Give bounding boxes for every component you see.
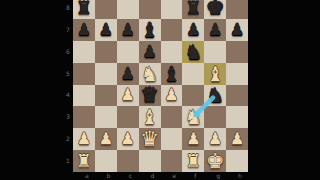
- square-f8[interactable]: ♜: [182, 0, 204, 19]
- black-R-f8[interactable]: ♜: [182, 0, 204, 19]
- square-f5[interactable]: [182, 63, 204, 85]
- white-R-a1[interactable]: ♜: [73, 150, 95, 172]
- square-d6[interactable]: ♟: [139, 41, 161, 63]
- white-N-d5[interactable]: ♞: [139, 63, 161, 85]
- square-b8[interactable]: [95, 0, 117, 19]
- square-f4[interactable]: [182, 85, 204, 107]
- square-a6[interactable]: [73, 41, 95, 63]
- square-h1[interactable]: [226, 150, 248, 172]
- square-c5[interactable]: ♟: [117, 63, 139, 85]
- black-R-a8[interactable]: ♜: [73, 0, 95, 19]
- rank-label-1: 1: [66, 158, 70, 164]
- file-label-d: d: [151, 173, 155, 179]
- square-e6[interactable]: [161, 41, 183, 63]
- square-c8[interactable]: [117, 0, 139, 19]
- white-N-f3[interactable]: ♞: [182, 106, 204, 128]
- file-label-a: a: [85, 173, 89, 179]
- square-c1[interactable]: [117, 150, 139, 172]
- file-label-c: c: [129, 173, 132, 179]
- rank-label-6: 6: [66, 49, 70, 55]
- square-d8[interactable]: [139, 0, 161, 19]
- chess-board: ♜♜♚♟♟♟♝♟♟♟♟♞♟♞♝♝♟♛♟♞♝♞♟♟♟♛♟♟♟♜♜♚ 8765432…: [63, 0, 257, 180]
- white-P-a2[interactable]: ♟: [73, 128, 95, 150]
- square-b2[interactable]: ♟: [95, 128, 117, 150]
- square-g5[interactable]: ♝: [204, 63, 226, 85]
- white-R-f1[interactable]: ♜: [182, 150, 204, 172]
- square-f7[interactable]: ♟: [182, 19, 204, 41]
- white-B-g5[interactable]: ♝: [204, 63, 226, 85]
- white-P-h2[interactable]: ♟: [226, 128, 248, 150]
- file-label-h: h: [238, 173, 242, 179]
- square-c3[interactable]: [117, 106, 139, 128]
- file-label-b: b: [107, 173, 111, 179]
- video-frame: ♜♜♚♟♟♟♝♟♟♟♟♞♟♞♝♝♟♛♟♞♝♞♟♟♟♛♟♟♟♜♜♚ 8765432…: [0, 0, 320, 180]
- square-g7[interactable]: ♟: [204, 19, 226, 41]
- square-f6[interactable]: ♞: [182, 41, 204, 63]
- square-g1[interactable]: ♚: [204, 150, 226, 172]
- square-g2[interactable]: ♟: [204, 128, 226, 150]
- white-B-d3[interactable]: ♝: [139, 106, 161, 128]
- square-c7[interactable]: ♟: [117, 19, 139, 41]
- black-K-g8[interactable]: ♚: [204, 0, 226, 19]
- square-f3[interactable]: ♞: [182, 106, 204, 128]
- square-a5[interactable]: [73, 63, 95, 85]
- square-d4[interactable]: ♛: [139, 85, 161, 107]
- black-B-d7[interactable]: ♝: [139, 19, 161, 41]
- square-a8[interactable]: ♜: [73, 0, 95, 19]
- square-e3[interactable]: [161, 106, 183, 128]
- file-label-f: f: [194, 173, 196, 179]
- square-a7[interactable]: ♟: [73, 19, 95, 41]
- square-e2[interactable]: [161, 128, 183, 150]
- square-a2[interactable]: ♟: [73, 128, 95, 150]
- square-c4[interactable]: ♟: [117, 85, 139, 107]
- square-d7[interactable]: ♝: [139, 19, 161, 41]
- square-g4[interactable]: ♞: [204, 85, 226, 107]
- white-P-c2[interactable]: ♟: [117, 128, 139, 150]
- square-g6[interactable]: [204, 41, 226, 63]
- black-P-d6[interactable]: ♟: [139, 41, 161, 63]
- square-h5[interactable]: [226, 63, 248, 85]
- file-label-g: g: [216, 173, 220, 179]
- white-K-g1[interactable]: ♚: [204, 150, 226, 172]
- black-N-g4[interactable]: ♞: [204, 85, 226, 107]
- square-c2[interactable]: ♟: [117, 128, 139, 150]
- square-h4[interactable]: [226, 85, 248, 107]
- square-c6[interactable]: [117, 41, 139, 63]
- square-e7[interactable]: [161, 19, 183, 41]
- rank-label-5: 5: [66, 71, 70, 77]
- black-N-f6[interactable]: ♞: [182, 41, 204, 63]
- black-P-c7[interactable]: ♟: [117, 19, 139, 41]
- square-a4[interactable]: [73, 85, 95, 107]
- square-f1[interactable]: ♜: [182, 150, 204, 172]
- square-a1[interactable]: ♜: [73, 150, 95, 172]
- black-B-e5[interactable]: ♝: [161, 63, 183, 85]
- rank-label-3: 3: [66, 114, 70, 120]
- square-e5[interactable]: ♝: [161, 63, 183, 85]
- square-b3[interactable]: [95, 106, 117, 128]
- white-P-b2[interactable]: ♟: [95, 128, 117, 150]
- square-a3[interactable]: [73, 106, 95, 128]
- black-P-c5[interactable]: ♟: [117, 63, 139, 85]
- file-label-e: e: [172, 173, 176, 179]
- square-d1[interactable]: [139, 150, 161, 172]
- square-b1[interactable]: [95, 150, 117, 172]
- square-g3[interactable]: [204, 106, 226, 128]
- rank-label-2: 2: [66, 136, 70, 142]
- rank-label-4: 4: [66, 92, 70, 98]
- square-d3[interactable]: ♝: [139, 106, 161, 128]
- white-P-g2[interactable]: ♟: [204, 128, 226, 150]
- board-squares: ♜♜♚♟♟♟♝♟♟♟♟♞♟♞♝♝♟♛♟♞♝♞♟♟♟♛♟♟♟♜♜♚: [73, 0, 248, 172]
- white-P-c4[interactable]: ♟: [117, 85, 139, 107]
- square-h2[interactable]: ♟: [226, 128, 248, 150]
- square-h8[interactable]: [226, 0, 248, 19]
- rank-label-7: 7: [66, 27, 70, 33]
- square-e1[interactable]: [161, 150, 183, 172]
- square-b7[interactable]: ♟: [95, 19, 117, 41]
- square-b5[interactable]: [95, 63, 117, 85]
- rank-label-8: 8: [66, 5, 70, 11]
- black-P-g7[interactable]: ♟: [204, 19, 226, 41]
- square-d2[interactable]: ♛: [139, 128, 161, 150]
- black-P-h7[interactable]: ♟: [226, 19, 248, 41]
- white-Q-d2[interactable]: ♛: [139, 128, 161, 150]
- square-f2[interactable]: ♟: [182, 128, 204, 150]
- black-P-b7[interactable]: ♟: [95, 19, 117, 41]
- square-b6[interactable]: [95, 41, 117, 63]
- square-h3[interactable]: [226, 106, 248, 128]
- square-b4[interactable]: [95, 85, 117, 107]
- black-P-f7[interactable]: ♟: [182, 19, 204, 41]
- square-h6[interactable]: [226, 41, 248, 63]
- square-h7[interactable]: ♟: [226, 19, 248, 41]
- black-P-a7[interactable]: ♟: [73, 19, 95, 41]
- white-P-f2[interactable]: ♟: [182, 128, 204, 150]
- square-e4[interactable]: ♟: [161, 85, 183, 107]
- square-d5[interactable]: ♞: [139, 63, 161, 85]
- black-Q-d4[interactable]: ♛: [139, 85, 161, 107]
- square-g8[interactable]: ♚: [204, 0, 226, 19]
- square-e8[interactable]: [161, 0, 183, 19]
- white-P-e4[interactable]: ♟: [161, 85, 183, 107]
